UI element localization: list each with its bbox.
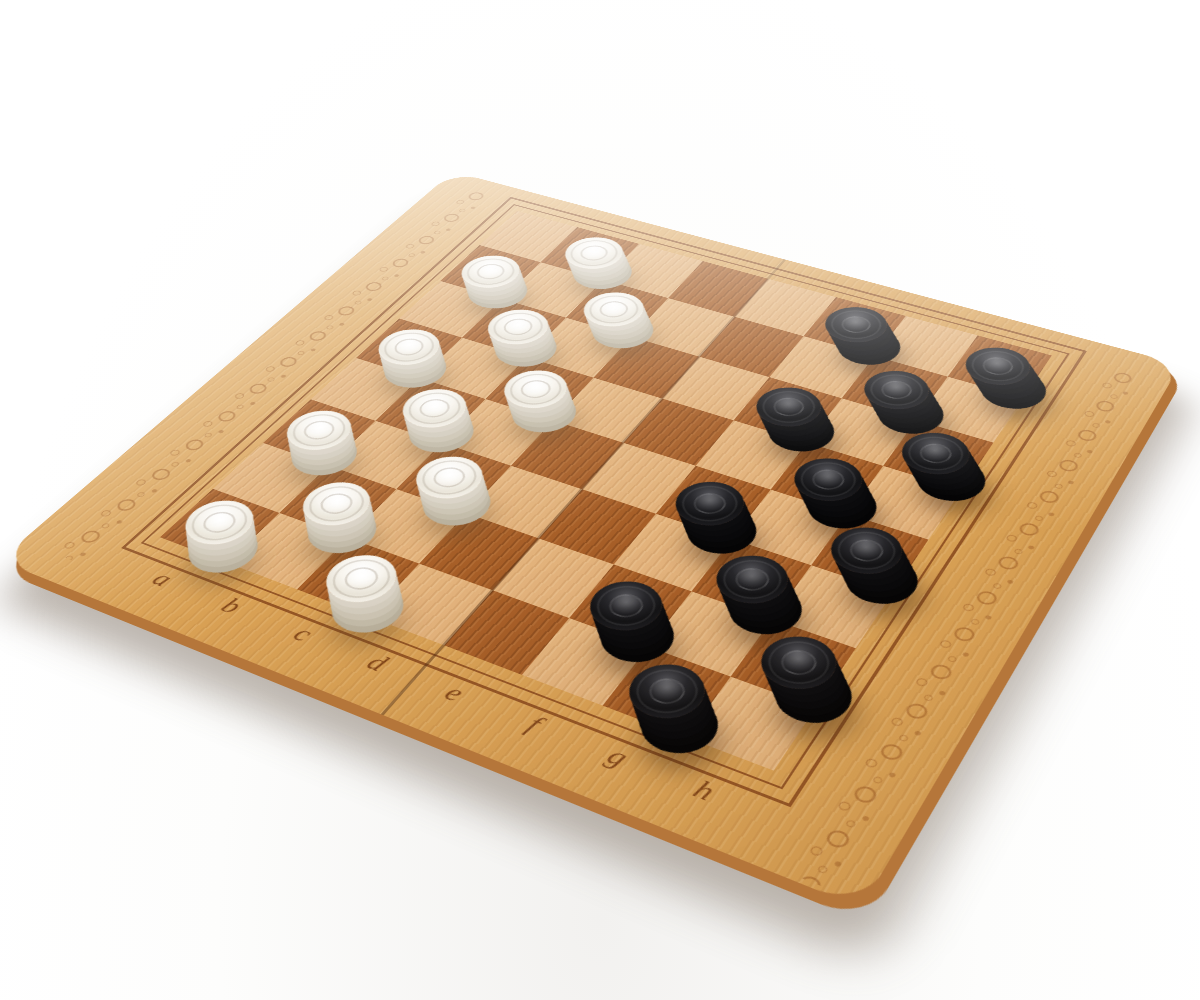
piece-black-g3[interactable]: [704, 548, 800, 612]
photo-canvas: abcdefgh: [0, 0, 1200, 1000]
board-plane: abcdefgh: [11, 176, 1184, 915]
piece-black-g7[interactable]: [854, 365, 939, 416]
piece-white-b8[interactable]: [554, 232, 633, 274]
piece-black-g5[interactable]: [783, 451, 873, 508]
piece-white-b2[interactable]: [289, 475, 383, 533]
piece-white-c3[interactable]: [403, 450, 495, 506]
piece-black-f4[interactable]: [664, 475, 756, 534]
piece-white-c5[interactable]: [492, 364, 578, 415]
piece-white-c7[interactable]: [573, 287, 655, 333]
piece-white-b6[interactable]: [476, 304, 559, 351]
piece-white-b4[interactable]: [390, 383, 478, 435]
piece-black-f6[interactable]: [745, 381, 831, 433]
piece-black-f2[interactable]: [577, 573, 675, 639]
piece-black-h4[interactable]: [820, 520, 914, 582]
piece-black-h6[interactable]: [891, 426, 979, 482]
piece-black-h8[interactable]: [956, 341, 1039, 391]
